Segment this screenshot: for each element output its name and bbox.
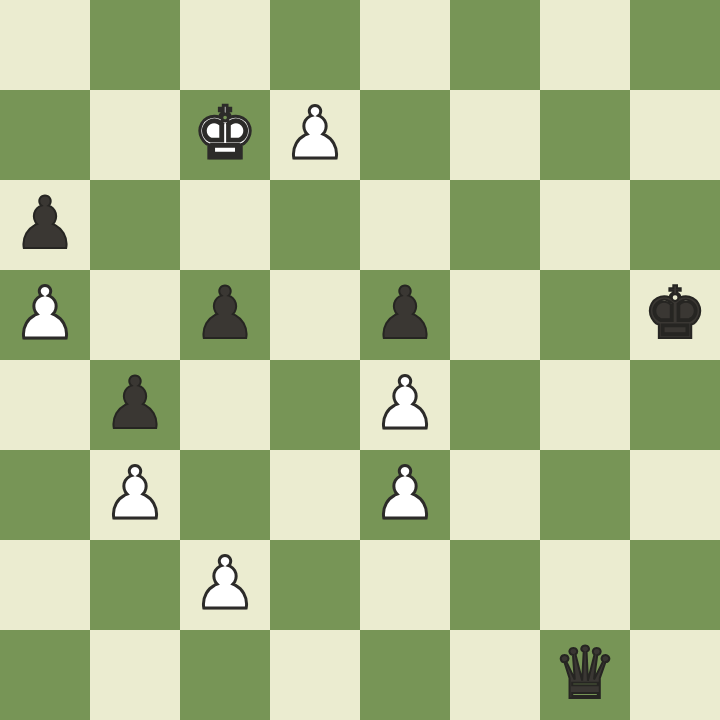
square-a7[interactable] — [0, 90, 90, 180]
square-e8[interactable] — [360, 0, 450, 90]
black-pawn[interactable]: ♟ — [103, 358, 168, 448]
square-g7[interactable] — [540, 90, 630, 180]
square-e7[interactable] — [360, 90, 450, 180]
square-a5[interactable]: ♟ — [0, 270, 90, 360]
square-a8[interactable] — [0, 0, 90, 90]
square-e4[interactable]: ♟ — [360, 360, 450, 450]
white-king[interactable]: ♚ — [193, 88, 258, 178]
square-g5[interactable] — [540, 270, 630, 360]
square-f7[interactable] — [450, 90, 540, 180]
square-a3[interactable] — [0, 450, 90, 540]
square-g3[interactable] — [540, 450, 630, 540]
square-a1[interactable] — [0, 630, 90, 720]
square-d7[interactable]: ♟ — [270, 90, 360, 180]
square-c1[interactable] — [180, 630, 270, 720]
square-e3[interactable]: ♟ — [360, 450, 450, 540]
square-f8[interactable] — [450, 0, 540, 90]
square-f5[interactable] — [450, 270, 540, 360]
square-c7[interactable]: ♚ — [180, 90, 270, 180]
square-e5[interactable]: ♟ — [360, 270, 450, 360]
square-b6[interactable] — [90, 180, 180, 270]
square-b1[interactable] — [90, 630, 180, 720]
square-c8[interactable] — [180, 0, 270, 90]
black-king[interactable]: ♚ — [643, 268, 708, 358]
square-f6[interactable] — [450, 180, 540, 270]
square-h8[interactable] — [630, 0, 720, 90]
square-d8[interactable] — [270, 0, 360, 90]
square-b2[interactable] — [90, 540, 180, 630]
white-pawn[interactable]: ♟ — [193, 538, 258, 628]
square-g4[interactable] — [540, 360, 630, 450]
white-pawn[interactable]: ♟ — [103, 448, 168, 538]
white-pawn[interactable]: ♟ — [283, 88, 348, 178]
square-b8[interactable] — [90, 0, 180, 90]
square-h2[interactable] — [630, 540, 720, 630]
square-b7[interactable] — [90, 90, 180, 180]
square-f4[interactable] — [450, 360, 540, 450]
square-e1[interactable] — [360, 630, 450, 720]
white-pawn[interactable]: ♟ — [373, 448, 438, 538]
square-a6[interactable]: ♟ — [0, 180, 90, 270]
square-g8[interactable] — [540, 0, 630, 90]
square-d3[interactable] — [270, 450, 360, 540]
white-pawn[interactable]: ♟ — [373, 358, 438, 448]
black-pawn[interactable]: ♟ — [373, 268, 438, 358]
square-g6[interactable] — [540, 180, 630, 270]
square-b3[interactable]: ♟ — [90, 450, 180, 540]
square-h5[interactable]: ♚ — [630, 270, 720, 360]
square-h4[interactable] — [630, 360, 720, 450]
square-c2[interactable]: ♟ — [180, 540, 270, 630]
square-a2[interactable] — [0, 540, 90, 630]
square-a4[interactable] — [0, 360, 90, 450]
square-d6[interactable] — [270, 180, 360, 270]
white-pawn[interactable]: ♟ — [13, 268, 78, 358]
square-c6[interactable] — [180, 180, 270, 270]
square-c3[interactable] — [180, 450, 270, 540]
square-b4[interactable]: ♟ — [90, 360, 180, 450]
square-g2[interactable] — [540, 540, 630, 630]
square-d5[interactable] — [270, 270, 360, 360]
square-c5[interactable]: ♟ — [180, 270, 270, 360]
square-f3[interactable] — [450, 450, 540, 540]
chess-board: ♚♟♟♟♟♟♚♟♟♟♟♟♛ — [0, 0, 720, 720]
square-h7[interactable] — [630, 90, 720, 180]
square-e2[interactable] — [360, 540, 450, 630]
square-f1[interactable] — [450, 630, 540, 720]
square-d1[interactable] — [270, 630, 360, 720]
black-queen[interactable]: ♛ — [553, 628, 618, 718]
square-h3[interactable] — [630, 450, 720, 540]
black-pawn[interactable]: ♟ — [193, 268, 258, 358]
square-b5[interactable] — [90, 270, 180, 360]
square-g1[interactable]: ♛ — [540, 630, 630, 720]
square-e6[interactable] — [360, 180, 450, 270]
square-f2[interactable] — [450, 540, 540, 630]
square-h1[interactable] — [630, 630, 720, 720]
square-d2[interactable] — [270, 540, 360, 630]
square-h6[interactable] — [630, 180, 720, 270]
black-pawn[interactable]: ♟ — [13, 178, 78, 268]
square-d4[interactable] — [270, 360, 360, 450]
square-c4[interactable] — [180, 360, 270, 450]
